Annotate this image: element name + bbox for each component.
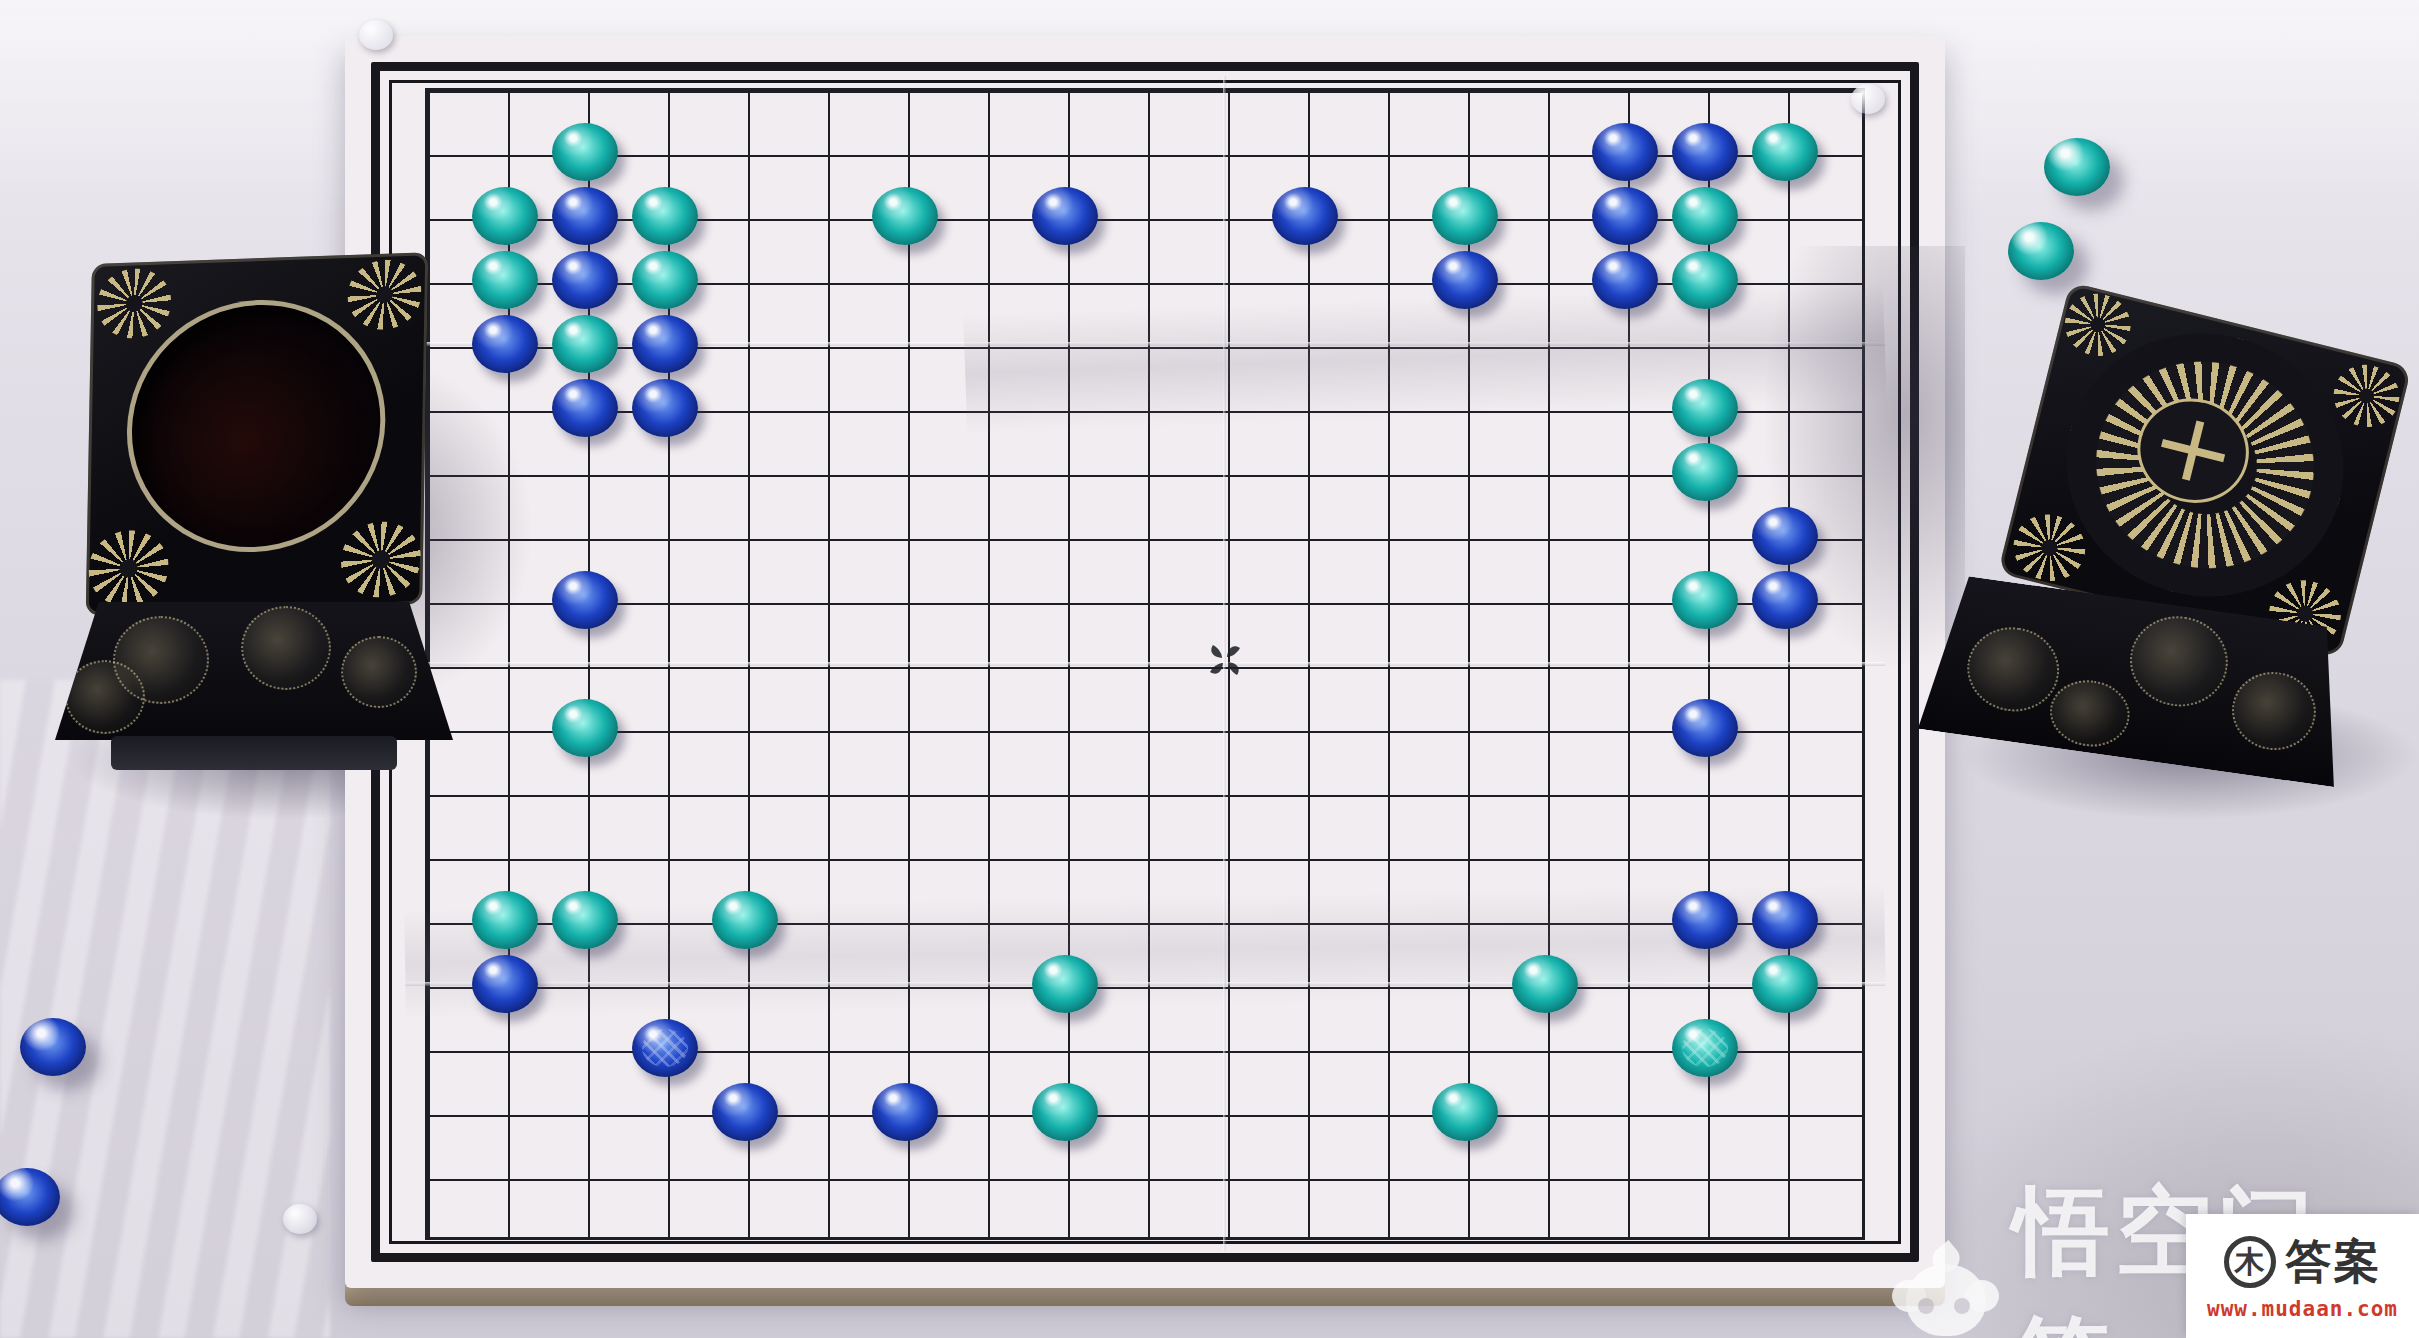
board-cell[interactable] [865, 120, 945, 184]
board-cell[interactable] [1345, 56, 1425, 120]
board-cell[interactable] [1825, 312, 1905, 376]
board-cell[interactable] [1345, 888, 1425, 952]
board-cell[interactable] [1025, 184, 1105, 248]
board-cell[interactable] [1825, 888, 1905, 952]
board-cell[interactable] [1425, 568, 1505, 632]
board-cell[interactable] [1825, 376, 1905, 440]
board-cell[interactable] [1745, 312, 1825, 376]
board-cell[interactable] [705, 376, 785, 440]
board-cell[interactable] [545, 376, 625, 440]
board-cell[interactable] [1425, 952, 1505, 1016]
board-cell[interactable] [1745, 1080, 1825, 1144]
board-cell[interactable] [945, 824, 1025, 888]
off-board-stone[interactable] [2008, 222, 2074, 280]
board-cell[interactable] [1265, 568, 1345, 632]
board-cell[interactable] [785, 888, 865, 952]
stone-teal[interactable] [472, 187, 538, 245]
stone-teal[interactable] [472, 251, 538, 309]
board-cell[interactable] [1185, 56, 1265, 120]
board-cell[interactable] [1505, 952, 1585, 1016]
stone-teal[interactable] [1432, 187, 1498, 245]
board-cell[interactable] [1745, 760, 1825, 824]
stone-teal[interactable] [1752, 123, 1818, 181]
board-cell[interactable] [385, 1208, 465, 1272]
board-cell[interactable] [1745, 56, 1825, 120]
board-cell[interactable] [625, 632, 705, 696]
board-cell[interactable] [385, 56, 465, 120]
board-cell[interactable] [1105, 824, 1185, 888]
board-cell[interactable] [945, 632, 1025, 696]
board-cell[interactable] [1665, 1080, 1745, 1144]
board-cell[interactable] [1825, 184, 1905, 248]
board-cell[interactable] [1265, 1016, 1345, 1080]
board-cell[interactable] [1665, 1016, 1745, 1080]
board-cell[interactable] [1185, 312, 1265, 376]
board-cell[interactable] [865, 1208, 945, 1272]
board-cell[interactable] [1665, 952, 1745, 1016]
board-cell[interactable] [1265, 696, 1345, 760]
board-cell[interactable] [1105, 696, 1185, 760]
board-cell[interactable] [1345, 248, 1425, 312]
board-cell[interactable] [1745, 1144, 1825, 1208]
board-cell[interactable] [1745, 184, 1825, 248]
stone-teal[interactable] [1032, 1083, 1098, 1141]
board-cell[interactable] [1185, 1080, 1265, 1144]
board-cell[interactable] [1505, 696, 1585, 760]
board-cell[interactable] [1665, 632, 1745, 696]
board-cell[interactable] [625, 440, 705, 504]
board-cell[interactable] [1185, 824, 1265, 888]
board-cell[interactable] [1505, 1080, 1585, 1144]
board-cell[interactable] [945, 248, 1025, 312]
board-cell[interactable] [1185, 376, 1265, 440]
board-cell[interactable] [1345, 760, 1425, 824]
board-cell[interactable] [705, 632, 785, 696]
board-cell[interactable] [1345, 1208, 1425, 1272]
board-cell[interactable] [865, 760, 945, 824]
board-cell[interactable] [545, 1144, 625, 1208]
board-cell[interactable] [1265, 888, 1345, 952]
stone-blue[interactable] [552, 251, 618, 309]
board-cell[interactable] [545, 952, 625, 1016]
board-cell[interactable] [1585, 312, 1665, 376]
stone-teal[interactable] [552, 123, 618, 181]
board-cell[interactable] [1425, 1208, 1505, 1272]
board-cell[interactable] [1185, 952, 1265, 1016]
board-cell[interactable] [1425, 440, 1505, 504]
board-cell[interactable] [705, 120, 785, 184]
board-cell[interactable] [545, 248, 625, 312]
board-cell[interactable] [865, 248, 945, 312]
board-cell[interactable] [1345, 376, 1425, 440]
stone-teal[interactable] [1672, 1019, 1738, 1077]
stone-teal[interactable] [1512, 955, 1578, 1013]
board-cell[interactable] [705, 696, 785, 760]
stone-teal[interactable] [632, 187, 698, 245]
board-cell[interactable] [1665, 760, 1745, 824]
board-cell[interactable] [625, 120, 705, 184]
board-cell[interactable] [1105, 1208, 1185, 1272]
board-cell[interactable] [1505, 1144, 1585, 1208]
board-cell[interactable] [1425, 696, 1505, 760]
board-cell[interactable] [1185, 1208, 1265, 1272]
board-cell[interactable] [1665, 824, 1745, 888]
off-board-stone[interactable] [2044, 138, 2110, 196]
board-cell[interactable] [1425, 248, 1505, 312]
board-cell[interactable] [1265, 120, 1345, 184]
stone-blue[interactable] [1592, 123, 1658, 181]
board-cell[interactable] [785, 568, 865, 632]
board-cell[interactable] [385, 1144, 465, 1208]
board-cell[interactable] [1585, 376, 1665, 440]
board-cell[interactable] [1025, 952, 1105, 1016]
board-cell[interactable] [1425, 120, 1505, 184]
board-cell[interactable] [1265, 248, 1345, 312]
board-cell[interactable] [545, 1208, 625, 1272]
board-cell[interactable] [1265, 1208, 1345, 1272]
board-cell[interactable] [545, 568, 625, 632]
board-cell[interactable] [1105, 248, 1185, 312]
board-cell[interactable] [1505, 568, 1585, 632]
board-cell[interactable] [1025, 440, 1105, 504]
board-cell[interactable] [1185, 696, 1265, 760]
stone-teal[interactable] [552, 699, 618, 757]
board-cell[interactable] [705, 1080, 785, 1144]
board-cell[interactable] [1585, 440, 1665, 504]
board-cell[interactable] [785, 1080, 865, 1144]
board-cell[interactable] [785, 1016, 865, 1080]
board-cell[interactable] [865, 1016, 945, 1080]
board-cell[interactable] [1825, 1016, 1905, 1080]
board-cell[interactable] [1425, 888, 1505, 952]
board-cell[interactable] [1265, 56, 1345, 120]
board-cell[interactable] [625, 1080, 705, 1144]
stone-blue[interactable] [1672, 123, 1738, 181]
board-cell[interactable] [1425, 632, 1505, 696]
stone-blue[interactable] [1752, 571, 1818, 629]
stone-teal[interactable] [1672, 379, 1738, 437]
board-cell[interactable] [1265, 440, 1345, 504]
board-cell[interactable] [1665, 1208, 1745, 1272]
board-cell[interactable] [465, 632, 545, 696]
board-cell[interactable] [1025, 56, 1105, 120]
board-cell[interactable] [1105, 760, 1185, 824]
board-cell[interactable] [465, 696, 545, 760]
stone-blue[interactable] [632, 1019, 698, 1077]
board-cell[interactable] [1425, 760, 1505, 824]
stone-blue[interactable] [1032, 187, 1098, 245]
board-cell[interactable] [1745, 568, 1825, 632]
board-cell[interactable] [625, 568, 705, 632]
board-cell[interactable] [1025, 1080, 1105, 1144]
board-cell[interactable] [465, 504, 545, 568]
stone-blue[interactable] [1592, 251, 1658, 309]
stone-teal[interactable] [1672, 251, 1738, 309]
board-cell[interactable] [945, 760, 1025, 824]
board-cell[interactable] [1105, 888, 1185, 952]
board-cell[interactable] [545, 1080, 625, 1144]
stone-teal[interactable] [1672, 443, 1738, 501]
board-cell[interactable] [1505, 1016, 1585, 1080]
board-cell[interactable] [705, 1208, 785, 1272]
stone-blue[interactable] [1752, 891, 1818, 949]
board-cell[interactable] [545, 888, 625, 952]
board-cell[interactable] [1345, 440, 1425, 504]
board-cell[interactable] [705, 248, 785, 312]
board-cell[interactable] [1585, 568, 1665, 632]
board-cell[interactable] [1345, 696, 1425, 760]
board-cell[interactable] [1185, 120, 1265, 184]
board-cell[interactable] [1345, 632, 1425, 696]
board-cell[interactable] [1185, 888, 1265, 952]
board-cell[interactable] [1665, 184, 1745, 248]
board-cell[interactable] [785, 376, 865, 440]
board-cell[interactable] [1025, 376, 1105, 440]
board-cell[interactable] [1585, 1080, 1665, 1144]
board-cell[interactable] [465, 376, 545, 440]
stone-teal[interactable] [552, 891, 618, 949]
board-cell[interactable] [1025, 1208, 1105, 1272]
board-cell[interactable] [1025, 696, 1105, 760]
stone-teal[interactable] [1672, 187, 1738, 245]
board-cell[interactable] [1265, 760, 1345, 824]
stone-teal[interactable] [1672, 571, 1738, 629]
board-cell[interactable] [945, 120, 1025, 184]
stone-blue[interactable] [1272, 187, 1338, 245]
board-cell[interactable] [545, 760, 625, 824]
stone-teal[interactable] [1432, 1083, 1498, 1141]
board-cell[interactable] [785, 120, 865, 184]
board-cell[interactable] [625, 952, 705, 1016]
board-cell[interactable] [465, 1208, 545, 1272]
board-cell[interactable] [1105, 1080, 1185, 1144]
board-cell[interactable] [705, 760, 785, 824]
stone-blue[interactable] [552, 187, 618, 245]
board-cell[interactable] [465, 1144, 545, 1208]
board-cell[interactable] [945, 952, 1025, 1016]
board-cell[interactable] [785, 760, 865, 824]
board-cell[interactable] [945, 696, 1025, 760]
stone-blue[interactable] [1592, 187, 1658, 245]
board-cell[interactable] [785, 184, 865, 248]
board-cell[interactable] [385, 120, 465, 184]
board-cell[interactable] [945, 312, 1025, 376]
board-cell[interactable] [705, 504, 785, 568]
board-cell[interactable] [625, 312, 705, 376]
board-cell[interactable] [465, 1016, 545, 1080]
board-cell[interactable] [945, 184, 1025, 248]
board-cell[interactable] [1665, 248, 1745, 312]
board-cell[interactable] [785, 1144, 865, 1208]
stone-blue[interactable] [1672, 891, 1738, 949]
board-cell[interactable] [465, 312, 545, 376]
board-cell[interactable] [1505, 824, 1585, 888]
board-cell[interactable] [1265, 824, 1345, 888]
board-cell[interactable] [1505, 632, 1585, 696]
board-cell[interactable] [1825, 952, 1905, 1016]
stone-teal[interactable] [632, 251, 698, 309]
board-cell[interactable] [705, 312, 785, 376]
board-cell[interactable] [465, 248, 545, 312]
board-cell[interactable] [705, 1144, 785, 1208]
stone-teal[interactable] [1752, 955, 1818, 1013]
board-cell[interactable] [705, 952, 785, 1016]
stone-teal[interactable] [712, 891, 778, 949]
board-cell[interactable] [1745, 248, 1825, 312]
board-cell[interactable] [1425, 56, 1505, 120]
board-cell[interactable] [1825, 824, 1905, 888]
board-cell[interactable] [1825, 1080, 1905, 1144]
board-cell[interactable] [1265, 632, 1345, 696]
board-cell[interactable] [865, 376, 945, 440]
board-cell[interactable] [1185, 1016, 1265, 1080]
board-cell[interactable] [545, 56, 625, 120]
stone-blue[interactable] [472, 955, 538, 1013]
board-cell[interactable] [1665, 1144, 1745, 1208]
board-cell[interactable] [1025, 888, 1105, 952]
stone-teal[interactable] [872, 187, 938, 245]
board-cell[interactable] [385, 1080, 465, 1144]
board-cell[interactable] [1025, 120, 1105, 184]
board-cell[interactable] [1745, 120, 1825, 184]
board-cell[interactable] [1345, 184, 1425, 248]
board-cell[interactable] [465, 56, 545, 120]
board-cell[interactable] [1185, 504, 1265, 568]
board-cell[interactable] [945, 568, 1025, 632]
board-cell[interactable] [1505, 312, 1585, 376]
board-cell[interactable] [945, 1016, 1025, 1080]
board-cell[interactable] [1745, 376, 1825, 440]
board-cell[interactable] [1105, 184, 1185, 248]
board-cell[interactable] [1265, 1080, 1345, 1144]
stone-teal[interactable] [472, 891, 538, 949]
stone-blue[interactable] [872, 1083, 938, 1141]
board-cell[interactable] [1585, 184, 1665, 248]
board-cell[interactable] [1105, 1016, 1185, 1080]
board-cell[interactable] [1345, 952, 1425, 1016]
board-cell[interactable] [1105, 504, 1185, 568]
board-cell[interactable] [545, 824, 625, 888]
board-cell[interactable] [785, 696, 865, 760]
board-cell[interactable] [385, 184, 465, 248]
board-cell[interactable] [705, 824, 785, 888]
board-cell[interactable] [1025, 824, 1105, 888]
board-cell[interactable] [1665, 120, 1745, 184]
board-cell[interactable] [945, 1144, 1025, 1208]
board-cell[interactable] [1665, 376, 1745, 440]
board-cell[interactable] [1665, 568, 1745, 632]
board-cell[interactable] [1745, 632, 1825, 696]
board-cell[interactable] [865, 632, 945, 696]
board-cell[interactable] [1105, 120, 1185, 184]
board-cell[interactable] [1185, 1144, 1265, 1208]
board-cell[interactable] [1345, 312, 1425, 376]
board-cell[interactable] [1345, 568, 1425, 632]
board-cell[interactable] [1745, 440, 1825, 504]
board-cell[interactable] [545, 504, 625, 568]
board-cell[interactable] [945, 888, 1025, 952]
board-cell[interactable] [945, 1080, 1025, 1144]
board-cell[interactable] [705, 1016, 785, 1080]
board-cell[interactable] [545, 696, 625, 760]
board-cell[interactable] [1185, 632, 1265, 696]
board-cell[interactable] [625, 56, 705, 120]
board-cell[interactable] [785, 952, 865, 1016]
board-cell[interactable] [865, 56, 945, 120]
board-cell[interactable] [1825, 440, 1905, 504]
board-cell[interactable] [865, 888, 945, 952]
board-cell[interactable] [465, 824, 545, 888]
board-cell[interactable] [1425, 824, 1505, 888]
board-cell[interactable] [1265, 312, 1345, 376]
board-cell[interactable] [545, 632, 625, 696]
board-cell[interactable] [1025, 504, 1105, 568]
board-cell[interactable] [385, 824, 465, 888]
board-cell[interactable] [865, 1144, 945, 1208]
board-cell[interactable] [1505, 56, 1585, 120]
board-cell[interactable] [1585, 1208, 1665, 1272]
board-cell[interactable] [865, 568, 945, 632]
board-cell[interactable] [1345, 120, 1425, 184]
board-cell[interactable] [1745, 824, 1825, 888]
board-cell[interactable] [1105, 312, 1185, 376]
board-cell[interactable] [1025, 632, 1105, 696]
board-cell[interactable] [545, 312, 625, 376]
board-cell[interactable] [1425, 184, 1505, 248]
board-cell[interactable] [705, 56, 785, 120]
board-cell[interactable] [865, 440, 945, 504]
board-cell[interactable] [785, 1208, 865, 1272]
board-cell[interactable] [1585, 1016, 1665, 1080]
board-cell[interactable] [625, 1208, 705, 1272]
board-cell[interactable] [865, 952, 945, 1016]
board-cell[interactable] [385, 1016, 465, 1080]
board-cell[interactable] [545, 120, 625, 184]
board-cell[interactable] [1025, 760, 1105, 824]
board-cell[interactable] [465, 888, 545, 952]
board-cell[interactable] [465, 440, 545, 504]
board-cell[interactable] [1825, 760, 1905, 824]
board-cell[interactable] [1105, 376, 1185, 440]
board-cell[interactable] [945, 56, 1025, 120]
board-cell[interactable] [1585, 248, 1665, 312]
board-cell[interactable] [1025, 248, 1105, 312]
board-cell[interactable] [1025, 1016, 1105, 1080]
board-cell[interactable] [1505, 120, 1585, 184]
board-cell[interactable] [1745, 1016, 1825, 1080]
board-cell[interactable] [1585, 1144, 1665, 1208]
board-cell[interactable] [705, 184, 785, 248]
board-cell[interactable] [625, 376, 705, 440]
board-cell[interactable] [1105, 56, 1185, 120]
board-cell[interactable] [1745, 504, 1825, 568]
board-cell[interactable] [465, 1080, 545, 1144]
board-cell[interactable] [1425, 312, 1505, 376]
board-cell[interactable] [545, 184, 625, 248]
stone-blue[interactable] [552, 571, 618, 629]
board-cell[interactable] [465, 952, 545, 1016]
board-cell[interactable] [1745, 952, 1825, 1016]
board-cell[interactable] [1665, 696, 1745, 760]
board-cell[interactable] [625, 1144, 705, 1208]
board-cell[interactable] [1105, 952, 1185, 1016]
board-cell[interactable] [1585, 824, 1665, 888]
board-cell[interactable] [385, 888, 465, 952]
board-cell[interactable] [625, 824, 705, 888]
stone-blue[interactable] [712, 1083, 778, 1141]
board-cell[interactable] [1185, 440, 1265, 504]
stone-blue[interactable] [1672, 699, 1738, 757]
